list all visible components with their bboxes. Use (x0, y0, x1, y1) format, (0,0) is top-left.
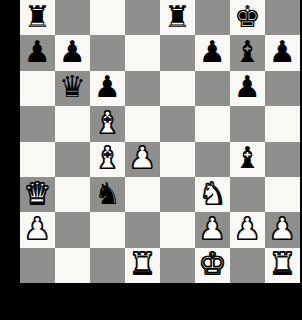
piece-white-king[interactable]: ♚ (199, 249, 226, 279)
piece-black-queen[interactable]: ♛ (59, 72, 86, 102)
square-b6[interactable]: ♛ (55, 71, 90, 106)
piece-black-rook[interactable]: ♜ (164, 2, 191, 32)
piece-white-bishop[interactable]: ♝ (94, 108, 121, 138)
square-e4[interactable] (160, 142, 195, 177)
square-b1[interactable] (55, 248, 90, 283)
square-h8[interactable] (265, 0, 300, 35)
square-d2[interactable] (125, 212, 160, 247)
square-d5[interactable] (125, 106, 160, 141)
square-d8[interactable] (125, 0, 160, 35)
square-g5[interactable] (230, 106, 265, 141)
piece-black-pawn[interactable]: ♟ (199, 37, 226, 67)
square-b5[interactable] (55, 106, 90, 141)
square-f3[interactable]: ♞ (195, 177, 230, 212)
square-a8[interactable]: ♜ (20, 0, 55, 35)
square-f5[interactable] (195, 106, 230, 141)
square-h4[interactable] (265, 142, 300, 177)
square-b8[interactable] (55, 0, 90, 35)
square-f2[interactable]: ♟ (195, 212, 230, 247)
square-c5[interactable]: ♝ (90, 106, 125, 141)
piece-black-rook[interactable]: ♜ (24, 2, 51, 32)
square-h5[interactable] (265, 106, 300, 141)
piece-white-rook[interactable]: ♜ (269, 249, 296, 279)
square-e1[interactable] (160, 248, 195, 283)
square-b2[interactable] (55, 212, 90, 247)
square-h3[interactable] (265, 177, 300, 212)
piece-white-pawn[interactable]: ♟ (129, 143, 156, 173)
square-g4[interactable]: ♝ (230, 142, 265, 177)
square-g1[interactable] (230, 248, 265, 283)
piece-white-queen[interactable]: ♛ (24, 179, 51, 209)
square-e7[interactable] (160, 35, 195, 70)
square-f6[interactable] (195, 71, 230, 106)
piece-black-bishop[interactable]: ♝ (234, 37, 261, 67)
piece-black-pawn[interactable]: ♟ (269, 37, 296, 67)
chessboard: ♜♜♚♟♟♟♝♟♛♟♟♝♝♟♝♛♞♞♟♟♟♟♜♚♜ (20, 0, 300, 283)
piece-black-bishop[interactable]: ♝ (234, 143, 261, 173)
board-frame: ♜♜♚♟♟♟♝♟♛♟♟♝♝♟♝♛♞♞♟♟♟♟♜♚♜ (0, 0, 302, 320)
square-f1[interactable]: ♚ (195, 248, 230, 283)
square-f7[interactable]: ♟ (195, 35, 230, 70)
piece-white-knight[interactable]: ♞ (199, 179, 226, 209)
square-g8[interactable]: ♚ (230, 0, 265, 35)
square-h1[interactable]: ♜ (265, 248, 300, 283)
square-g3[interactable] (230, 177, 265, 212)
square-e6[interactable] (160, 71, 195, 106)
square-b3[interactable] (55, 177, 90, 212)
square-d6[interactable] (125, 71, 160, 106)
square-c1[interactable] (90, 248, 125, 283)
square-c4[interactable]: ♝ (90, 142, 125, 177)
square-a2[interactable]: ♟ (20, 212, 55, 247)
square-e8[interactable]: ♜ (160, 0, 195, 35)
square-e5[interactable] (160, 106, 195, 141)
piece-black-king[interactable]: ♚ (234, 2, 261, 32)
square-c8[interactable] (90, 0, 125, 35)
square-d1[interactable]: ♜ (125, 248, 160, 283)
square-c6[interactable]: ♟ (90, 71, 125, 106)
piece-black-pawn[interactable]: ♟ (59, 37, 86, 67)
piece-black-pawn[interactable]: ♟ (94, 72, 121, 102)
square-d3[interactable] (125, 177, 160, 212)
square-a4[interactable] (20, 142, 55, 177)
square-e2[interactable] (160, 212, 195, 247)
square-g6[interactable]: ♟ (230, 71, 265, 106)
square-h2[interactable]: ♟ (265, 212, 300, 247)
square-a5[interactable] (20, 106, 55, 141)
square-h7[interactable]: ♟ (265, 35, 300, 70)
square-c2[interactable] (90, 212, 125, 247)
piece-white-pawn[interactable]: ♟ (234, 214, 261, 244)
square-a7[interactable]: ♟ (20, 35, 55, 70)
piece-black-pawn[interactable]: ♟ (24, 37, 51, 67)
square-b7[interactable]: ♟ (55, 35, 90, 70)
square-e3[interactable] (160, 177, 195, 212)
piece-white-bishop[interactable]: ♝ (94, 143, 121, 173)
piece-white-rook[interactable]: ♜ (129, 249, 156, 279)
piece-white-pawn[interactable]: ♟ (199, 214, 226, 244)
piece-black-knight[interactable]: ♞ (94, 179, 121, 209)
square-f4[interactable] (195, 142, 230, 177)
square-g7[interactable]: ♝ (230, 35, 265, 70)
square-c3[interactable]: ♞ (90, 177, 125, 212)
square-b4[interactable] (55, 142, 90, 177)
square-a6[interactable] (20, 71, 55, 106)
square-d4[interactable]: ♟ (125, 142, 160, 177)
square-f8[interactable] (195, 0, 230, 35)
square-h6[interactable] (265, 71, 300, 106)
square-d7[interactable] (125, 35, 160, 70)
square-c7[interactable] (90, 35, 125, 70)
square-g2[interactable]: ♟ (230, 212, 265, 247)
square-a1[interactable] (20, 248, 55, 283)
square-a3[interactable]: ♛ (20, 177, 55, 212)
piece-white-pawn[interactable]: ♟ (269, 214, 296, 244)
piece-white-pawn[interactable]: ♟ (24, 214, 51, 244)
piece-black-pawn[interactable]: ♟ (234, 72, 261, 102)
